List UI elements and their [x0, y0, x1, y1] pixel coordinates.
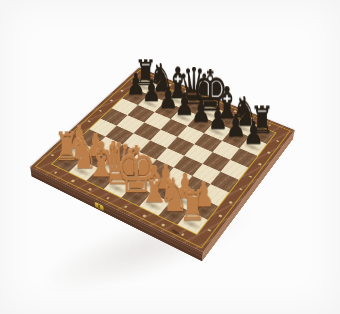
- frame-inlay-dot: [239, 188, 242, 191]
- scene: ♜♞♝♛♚♝♞♜♟♟♟♟♟♟♟♟♟♟♟♟♟♟♟♟♜♞♝♛♚♝♞♜: [0, 0, 340, 314]
- chess-board-photo: ♜♞♝♛♚♝♞♜♟♟♟♟♟♟♟♟♟♟♟♟♟♟♟♟♜♞♝♛♚♝♞♜: [0, 0, 340, 314]
- frame-inlay-dot: [54, 171, 58, 173]
- frame-inlay-dot: [181, 233, 185, 236]
- frame-inlay-dot: [51, 154, 54, 156]
- frame-inlay-dot: [267, 151, 270, 153]
- frame-inlay-dot: [106, 197, 110, 200]
- piece-shadow: [187, 201, 217, 219]
- frame-inlay-dot: [208, 229, 212, 232]
- maker-mark: [171, 229, 180, 235]
- frame-inlay-dot: [88, 188, 92, 191]
- frame-inlay-dot: [124, 206, 128, 209]
- frame-inlay-dot: [71, 180, 75, 182]
- frame-inlay-dot: [161, 224, 165, 227]
- frame-inlay-dot: [219, 215, 223, 218]
- clasp-latch-icon: [95, 202, 104, 211]
- frame-inlay-dot: [63, 142, 66, 144]
- frame-inlay-dot: [229, 201, 232, 204]
- frame-inlay-dot: [143, 215, 147, 218]
- chess-board: ♜♞♝♛♚♝♞♜♟♟♟♟♟♟♟♟♟♟♟♟♟♟♟♟♜♞♝♛♚♝♞♜: [30, 67, 294, 252]
- frame-inlay-dot: [258, 163, 261, 165]
- frame-inlay-dot: [249, 175, 252, 177]
